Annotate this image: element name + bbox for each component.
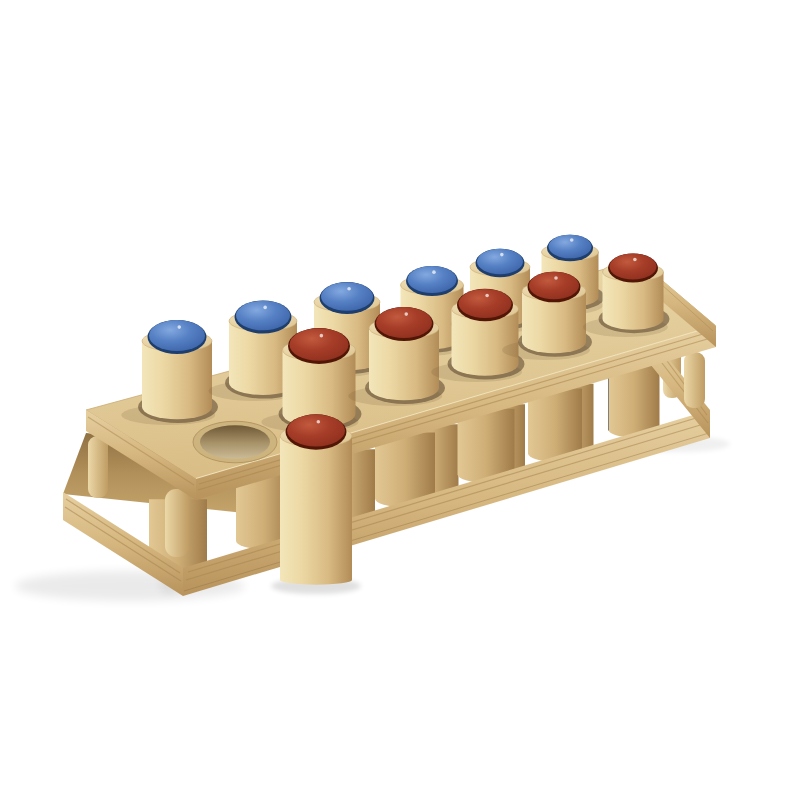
corner-post-right-front xyxy=(684,352,705,408)
peg-removed-red[interactable] xyxy=(280,414,352,584)
holes xyxy=(193,421,277,463)
peg-back-1-blue[interactable] xyxy=(121,320,218,425)
corner-post-left-front xyxy=(165,489,189,557)
product-photo-scene xyxy=(0,0,800,800)
peg-board-illustration xyxy=(0,0,800,800)
empty-hole-front-1[interactable] xyxy=(193,421,277,463)
removed-peg-layer xyxy=(280,414,352,584)
corner-post-left-back xyxy=(88,436,108,498)
